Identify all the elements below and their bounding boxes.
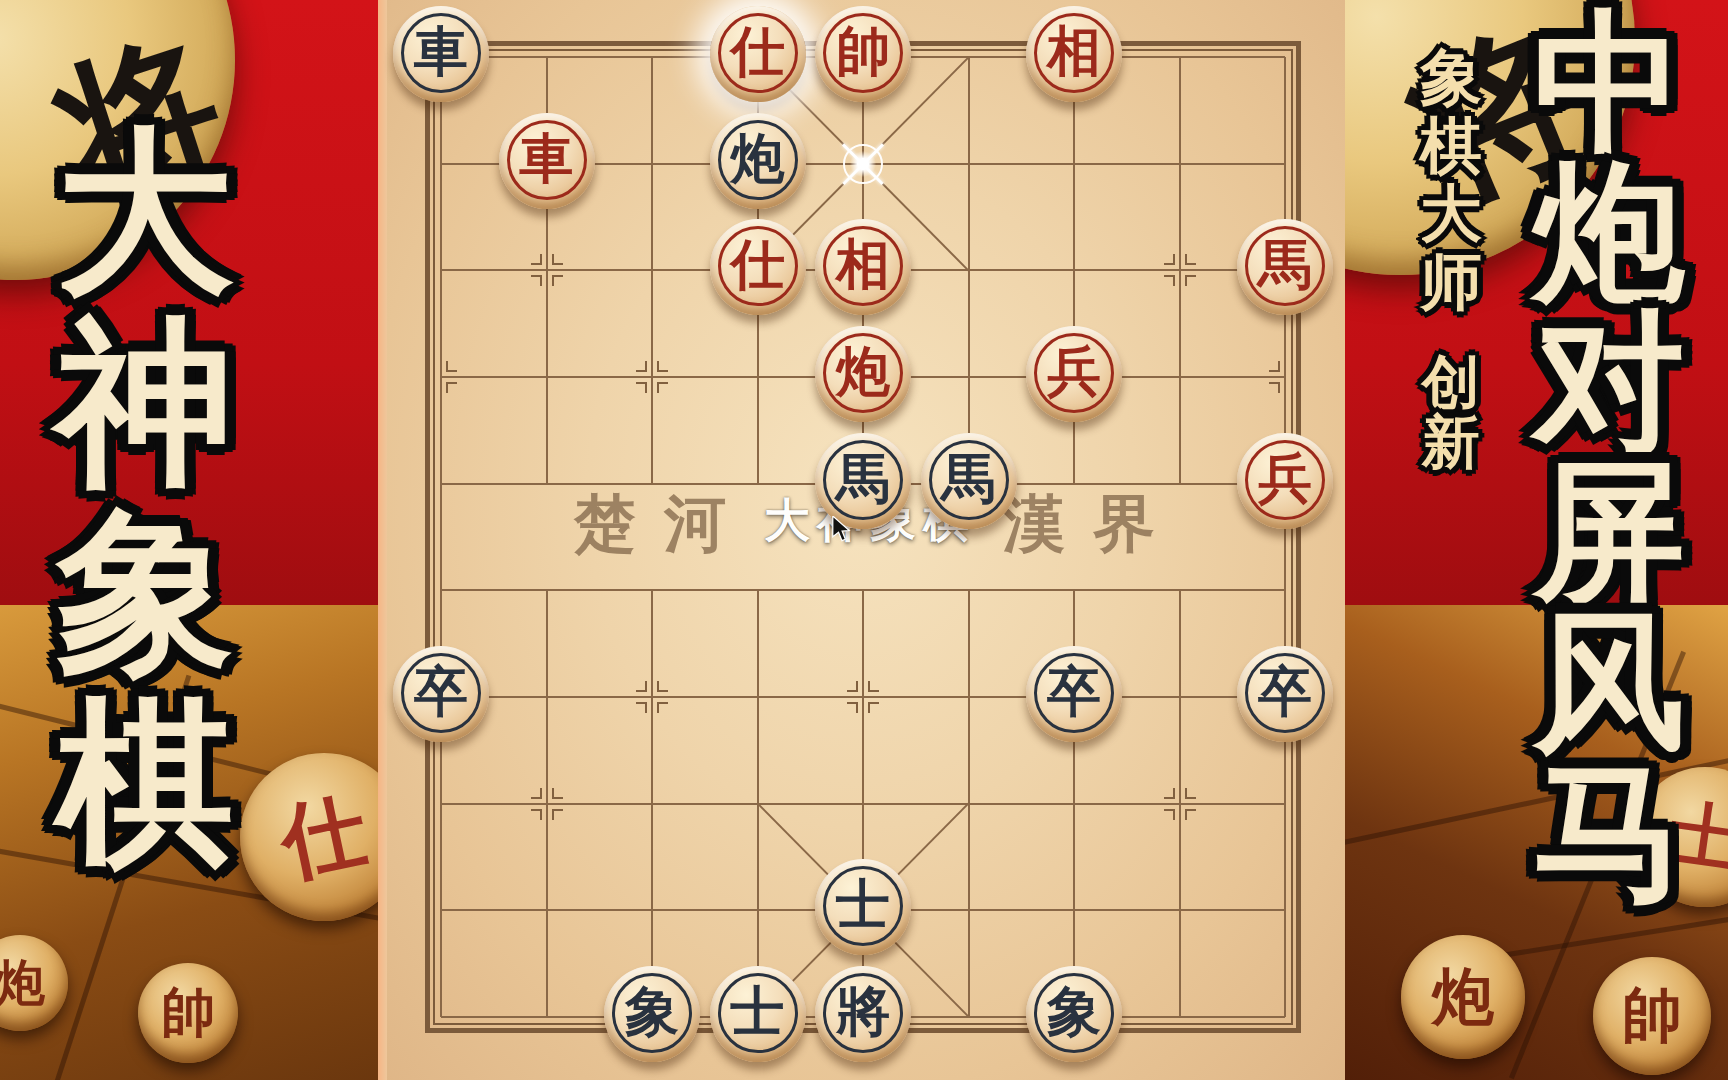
left-title-char-3: 象 (56, 498, 234, 688)
left-title-char-4: 棋 (56, 688, 234, 878)
photo-piece-marshal-right: 帥 (1593, 957, 1711, 1075)
right-subtitle2-char-1: 创 (1422, 352, 1480, 412)
photo-piece-cannon: 炮 (0, 935, 68, 1031)
left-title-char-2: 神 (56, 308, 234, 498)
right-subtitle2-char-2: 新 (1422, 412, 1480, 472)
left-title: 大神象棋 (30, 118, 260, 878)
last-move-sparkle (835, 136, 891, 192)
right-subtitle-char-4: 师 (1420, 248, 1482, 316)
photo-piece-marshal: 帥 (138, 963, 238, 1063)
right-title: 中炮对屏风马 (1523, 8, 1695, 908)
right-title-char-6: 马 (1533, 758, 1685, 908)
photo-piece-cannon-right: 炮 (1401, 935, 1525, 1059)
right-subtitle: 象棋大师 (1411, 44, 1491, 316)
right-subtitle-char-3: 大 (1420, 180, 1482, 248)
right-title-char-5: 风 (1533, 608, 1685, 758)
right-subtitle-char-2: 棋 (1420, 112, 1482, 180)
right-title-char-2: 炮 (1533, 158, 1685, 308)
right-title-char-1: 中 (1533, 8, 1685, 158)
xiangqi-board[interactable]: 楚河 漢界 大神象棋 車仕帥相車炮仕相馬炮兵馬馬兵卒卒卒士象士將象 (378, 0, 1345, 1080)
right-subtitle-char-1: 象 (1420, 44, 1482, 112)
left-banner: 将 仕 帥 炮 大神象棋 (0, 0, 378, 1080)
left-title-char-1: 大 (56, 118, 234, 308)
right-subtitle-2: 创新 (1411, 352, 1491, 472)
mouse-cursor (830, 516, 852, 542)
right-title-char-4: 屏 (1533, 458, 1685, 608)
right-banner: 将 士 炮 帥 象棋大师 创新 中炮对屏风马 (1345, 0, 1728, 1080)
right-title-char-3: 对 (1533, 308, 1685, 458)
video-frame: 将 仕 帥 炮 大神象棋 楚河 漢界 大神象棋 車仕帥相車炮仕相馬炮兵馬馬兵卒卒… (0, 0, 1728, 1080)
